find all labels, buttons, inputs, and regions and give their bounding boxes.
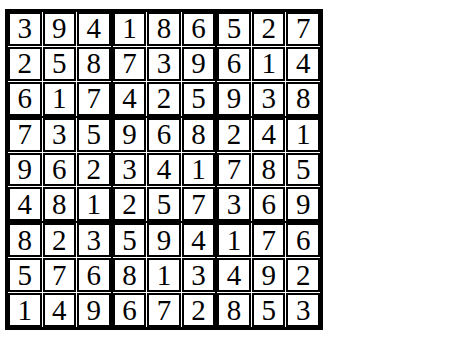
cell-r5c6[interactable]: 1 xyxy=(182,153,216,187)
cell-r1c4[interactable]: 1 xyxy=(113,12,147,46)
cell-r4c2[interactable]: 3 xyxy=(43,118,77,152)
cell-r3c5[interactable]: 2 xyxy=(147,82,181,116)
cell-r4c6[interactable]: 8 xyxy=(182,118,216,152)
cell-r3c7[interactable]: 9 xyxy=(217,82,251,116)
cell-r2c9[interactable]: 4 xyxy=(286,47,320,81)
cell-r9c9[interactable]: 3 xyxy=(286,293,320,327)
cell-r8c5[interactable]: 1 xyxy=(147,258,181,292)
cell-r9c2[interactable]: 4 xyxy=(43,293,77,327)
cell-r1c2[interactable]: 9 xyxy=(43,12,77,46)
cell-r2c6[interactable]: 9 xyxy=(182,47,216,81)
cell-r8c6[interactable]: 3 xyxy=(182,258,216,292)
cell-r7c2[interactable]: 2 xyxy=(43,223,77,257)
cell-r5c3[interactable]: 2 xyxy=(77,153,111,187)
cell-r8c8[interactable]: 9 xyxy=(252,258,286,292)
cell-r4c8[interactable]: 4 xyxy=(252,118,286,152)
cell-r8c3[interactable]: 6 xyxy=(77,258,111,292)
cell-r6c3[interactable]: 1 xyxy=(77,187,111,221)
box-4: 735962481 xyxy=(7,117,112,223)
cell-r3c9[interactable]: 8 xyxy=(286,82,320,116)
cell-r7c5[interactable]: 9 xyxy=(147,223,181,257)
cell-r2c8[interactable]: 1 xyxy=(252,47,286,81)
cell-r6c7[interactable]: 3 xyxy=(217,187,251,221)
cell-r7c6[interactable]: 4 xyxy=(182,223,216,257)
cell-r3c3[interactable]: 7 xyxy=(77,82,111,116)
cell-r1c1[interactable]: 3 xyxy=(8,12,42,46)
cell-r8c9[interactable]: 2 xyxy=(286,258,320,292)
cell-r8c7[interactable]: 4 xyxy=(217,258,251,292)
cell-r6c2[interactable]: 8 xyxy=(43,187,77,221)
cell-r7c9[interactable]: 6 xyxy=(286,223,320,257)
cell-r1c9[interactable]: 7 xyxy=(286,12,320,46)
cell-r2c5[interactable]: 3 xyxy=(147,47,181,81)
cell-r4c5[interactable]: 6 xyxy=(147,118,181,152)
cell-r5c4[interactable]: 3 xyxy=(113,153,147,187)
cell-r9c3[interactable]: 9 xyxy=(77,293,111,327)
cell-r8c4[interactable]: 8 xyxy=(113,258,147,292)
cell-r9c4[interactable]: 6 xyxy=(113,293,147,327)
cell-r3c2[interactable]: 1 xyxy=(43,82,77,116)
cell-r1c5[interactable]: 8 xyxy=(147,12,181,46)
cell-r1c7[interactable]: 5 xyxy=(217,12,251,46)
page: 3942586171867394255276149387359624819683… xyxy=(0,0,474,338)
cell-r2c4[interactable]: 7 xyxy=(113,47,147,81)
box-2: 186739425 xyxy=(112,11,217,117)
cell-r2c1[interactable]: 2 xyxy=(8,47,42,81)
box-6: 241785369 xyxy=(216,117,321,223)
cell-r6c6[interactable]: 7 xyxy=(182,187,216,221)
cell-r6c4[interactable]: 2 xyxy=(113,187,147,221)
cell-r5c5[interactable]: 4 xyxy=(147,153,181,187)
cell-r9c8[interactable]: 5 xyxy=(252,293,286,327)
cell-r4c9[interactable]: 1 xyxy=(286,118,320,152)
cell-r6c9[interactable]: 9 xyxy=(286,187,320,221)
cell-r8c1[interactable]: 5 xyxy=(8,258,42,292)
cell-r5c9[interactable]: 5 xyxy=(286,153,320,187)
cell-r9c1[interactable]: 1 xyxy=(8,293,42,327)
cell-r8c2[interactable]: 7 xyxy=(43,258,77,292)
cell-r9c7[interactable]: 8 xyxy=(217,293,251,327)
cell-r4c4[interactable]: 9 xyxy=(113,118,147,152)
cell-r3c1[interactable]: 6 xyxy=(8,82,42,116)
cell-r2c7[interactable]: 6 xyxy=(217,47,251,81)
box-3: 527614938 xyxy=(216,11,321,117)
cell-r6c8[interactable]: 6 xyxy=(252,187,286,221)
sudoku-board: 3942586171867394255276149387359624819683… xyxy=(5,9,323,330)
cell-r7c1[interactable]: 8 xyxy=(8,223,42,257)
box-1: 394258617 xyxy=(7,11,112,117)
cell-r9c5[interactable]: 7 xyxy=(147,293,181,327)
box-9: 176492853 xyxy=(216,222,321,328)
cell-r1c6[interactable]: 6 xyxy=(182,12,216,46)
cell-r4c1[interactable]: 7 xyxy=(8,118,42,152)
box-5: 968341257 xyxy=(112,117,217,223)
box-7: 823576149 xyxy=(7,222,112,328)
cell-r7c3[interactable]: 3 xyxy=(77,223,111,257)
cell-r2c2[interactable]: 5 xyxy=(43,47,77,81)
cell-r3c8[interactable]: 3 xyxy=(252,82,286,116)
cell-r1c3[interactable]: 4 xyxy=(77,12,111,46)
cell-r9c6[interactable]: 2 xyxy=(182,293,216,327)
cell-r2c3[interactable]: 8 xyxy=(77,47,111,81)
cell-r7c4[interactable]: 5 xyxy=(113,223,147,257)
cell-r6c5[interactable]: 5 xyxy=(147,187,181,221)
cell-r4c3[interactable]: 5 xyxy=(77,118,111,152)
cell-r6c1[interactable]: 4 xyxy=(8,187,42,221)
cell-r1c8[interactable]: 2 xyxy=(252,12,286,46)
cell-r5c1[interactable]: 9 xyxy=(8,153,42,187)
cell-r5c8[interactable]: 8 xyxy=(252,153,286,187)
cell-r3c4[interactable]: 4 xyxy=(113,82,147,116)
cell-r7c8[interactable]: 7 xyxy=(252,223,286,257)
cell-r3c6[interactable]: 5 xyxy=(182,82,216,116)
cell-r5c2[interactable]: 6 xyxy=(43,153,77,187)
box-8: 594813672 xyxy=(112,222,217,328)
cell-r7c7[interactable]: 1 xyxy=(217,223,251,257)
cell-r5c7[interactable]: 7 xyxy=(217,153,251,187)
cell-r4c7[interactable]: 2 xyxy=(217,118,251,152)
